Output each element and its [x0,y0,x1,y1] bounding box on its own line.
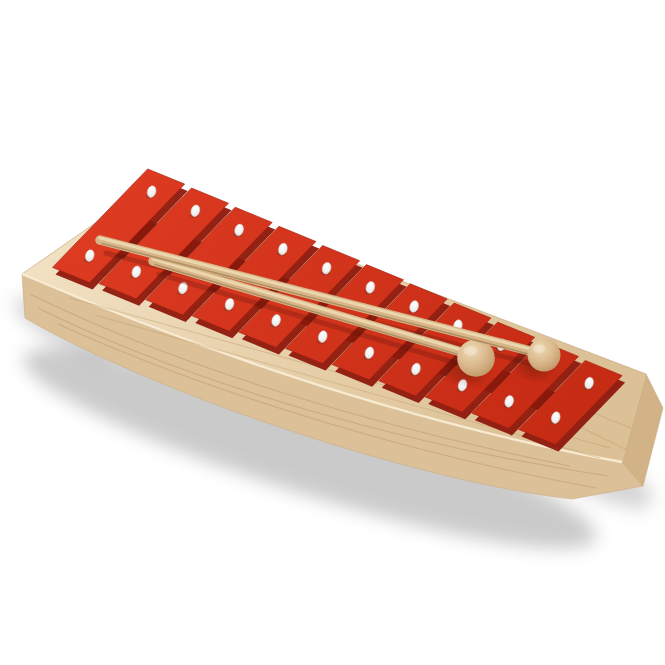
glockenspiel-photo-svg [0,0,665,665]
mallet-lower-ball-highlight [463,346,477,356]
mallet-upper-ball-head [528,339,561,372]
product-photo [0,0,665,665]
mallet-upper-ball-highlight [533,344,546,353]
